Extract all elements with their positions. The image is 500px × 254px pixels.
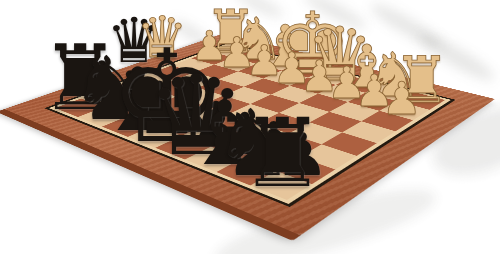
chess-set-product-photo: ♛♛ ♜♞♝♛♚♝♞♜♟♟♟♟♟♟♟♟♟♟♟♟♟♟♟♟♜♞♝♛♚♝♞♜ <box>0 0 500 254</box>
black-rook-a8[interactable]: ♜ <box>240 106 325 201</box>
white-pawn-a2[interactable]: ♟ <box>381 76 421 121</box>
